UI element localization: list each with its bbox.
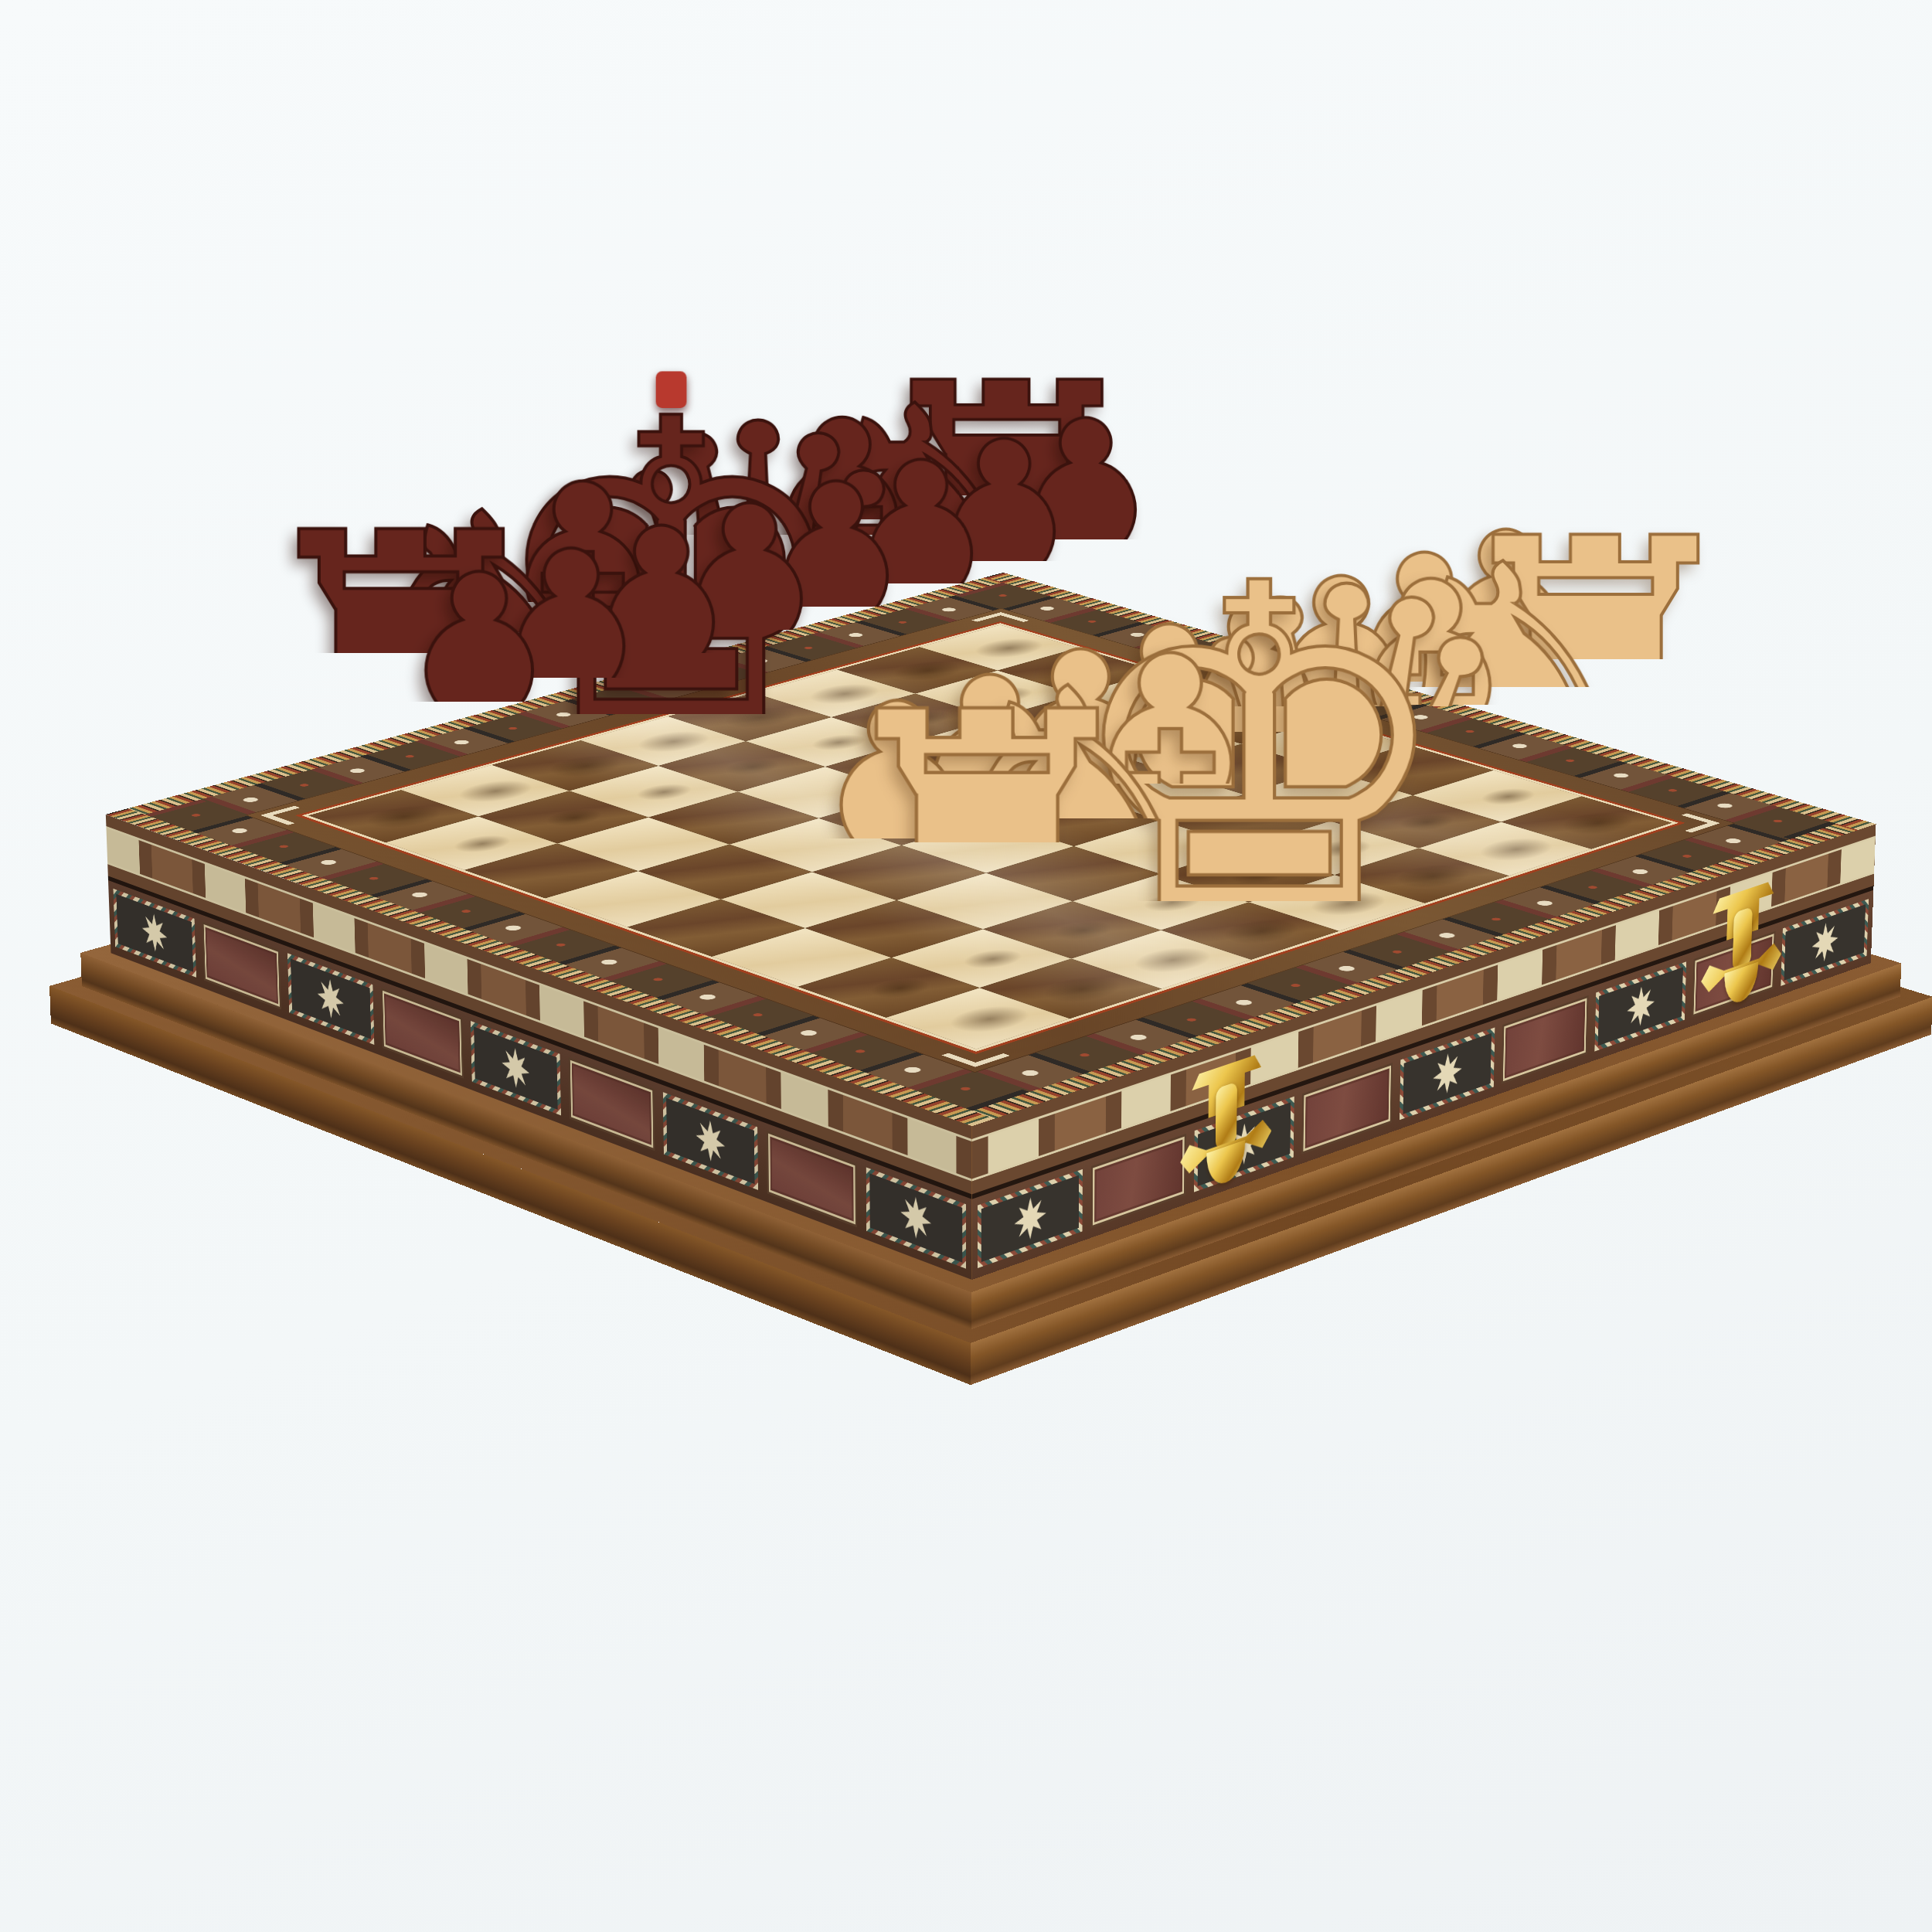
- piece-white-rook[interactable]: ♜: [811, 662, 1162, 1055]
- chess-box: ♜♞♝♛♚♝♞♜♟♟♟♟♟♟♟♟♟♟♟♟♟♟♟♟♜♞♝♛♚♝♞♜: [106, 573, 1876, 1126]
- piece-black-pawn[interactable]: ♟: [325, 532, 634, 876]
- latch-bar-icon: [1216, 1081, 1237, 1150]
- scene: ♜♞♝♛♚♝♞♜♟♟♟♟♟♟♟♟♟♟♟♟♟♟♟♟♜♞♝♛♚♝♞♜: [0, 0, 1932, 1932]
